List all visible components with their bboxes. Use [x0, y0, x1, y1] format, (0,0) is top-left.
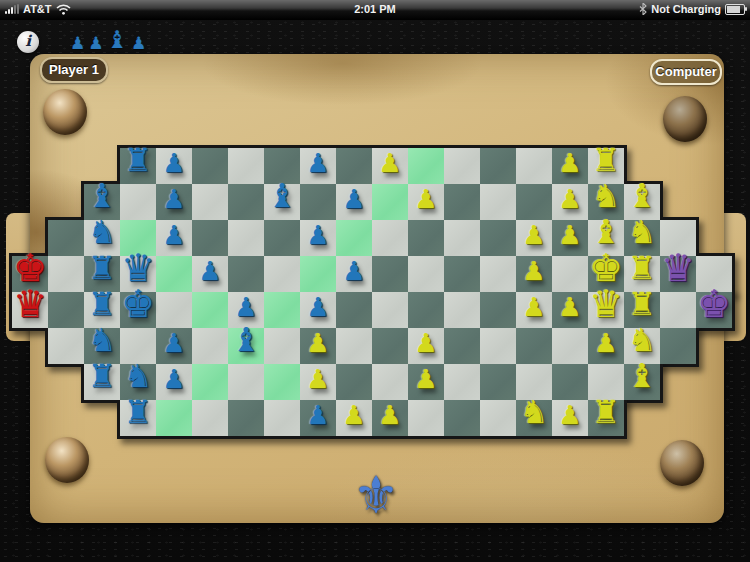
app-background: AT&T 2:01 PM Not Charging i ♟♟♝♟ Player …	[0, 0, 750, 562]
highlighted-cell-c5-r6[interactable]	[192, 364, 228, 400]
blue-pawn[interactable]: ♟	[336, 181, 372, 217]
yellow-pawn[interactable]: ♟	[552, 145, 588, 181]
cell-c5-r1[interactable]	[192, 184, 228, 220]
rivet-top-right-icon	[663, 96, 707, 142]
cell-c12-r4[interactable]	[444, 292, 480, 328]
cell-c5-r5[interactable]	[192, 328, 228, 364]
cell-c6-r6[interactable]	[228, 364, 264, 400]
yellow-knight[interactable]: ♞	[516, 394, 552, 430]
yellow-pawn[interactable]: ♟	[336, 397, 372, 433]
tray-mini-blue-pawn: ♟	[88, 35, 103, 52]
cell-c8-r1[interactable]	[300, 184, 336, 220]
cell-c1-r5[interactable]	[48, 328, 84, 364]
cell-c13-r6[interactable]	[480, 364, 516, 400]
cell-c7-r2[interactable]	[264, 220, 300, 256]
cell-c18-r5[interactable]	[660, 328, 696, 364]
yellow-rook[interactable]: ♜	[624, 250, 660, 286]
cell-c13-r3[interactable]	[480, 256, 516, 292]
cell-c5-r7[interactable]	[192, 400, 228, 436]
blue-knight[interactable]: ♞	[84, 214, 120, 250]
cell-c12-r2[interactable]	[444, 220, 480, 256]
yellow-pawn[interactable]: ♟	[552, 397, 588, 433]
yellow-bishop[interactable]: ♝	[624, 178, 660, 214]
yellow-bishop[interactable]: ♝	[588, 214, 624, 250]
cell-c3-r1[interactable]	[120, 184, 156, 220]
yellow-pawn[interactable]: ♟	[588, 325, 624, 361]
blue-king[interactable]: ♚	[120, 286, 156, 322]
blue-rook[interactable]: ♜	[84, 358, 120, 394]
blue-pawn[interactable]: ♟	[156, 325, 192, 361]
cell-c15-r3[interactable]	[552, 256, 588, 292]
highlighted-cell-c4-r7[interactable]	[156, 400, 192, 436]
yellow-pawn[interactable]: ♟	[408, 361, 444, 397]
red-king[interactable]: ♚	[12, 250, 48, 286]
player1-label: Player 1	[40, 57, 108, 83]
cell-c6-r1[interactable]	[228, 184, 264, 220]
yellow-pawn[interactable]: ♟	[408, 181, 444, 217]
battery-status-label: Not Charging	[651, 3, 721, 15]
yellow-rook[interactable]: ♜	[588, 394, 624, 430]
bluetooth-icon	[639, 3, 647, 15]
yellow-pawn[interactable]: ♟	[408, 325, 444, 361]
info-button[interactable]: i	[17, 31, 39, 53]
highlighted-cell-c8-r3[interactable]	[300, 256, 336, 292]
cell-c6-r7[interactable]	[228, 400, 264, 436]
blue-rook[interactable]: ♜	[84, 250, 120, 286]
cell-c1-r4[interactable]	[48, 292, 84, 328]
blue-rook[interactable]: ♜	[120, 394, 156, 430]
yellow-knight[interactable]: ♞	[624, 214, 660, 250]
blue-pawn[interactable]: ♟	[300, 397, 336, 433]
cell-c13-r7[interactable]	[480, 400, 516, 436]
purple-king[interactable]: ♚	[696, 286, 732, 322]
highlighted-cell-c10-r1[interactable]	[372, 184, 408, 220]
cell-c14-r5[interactable]	[516, 328, 552, 364]
cell-c12-r0[interactable]	[444, 148, 480, 184]
blue-pawn[interactable]: ♟	[156, 361, 192, 397]
blue-knight[interactable]: ♞	[84, 322, 120, 358]
cell-c13-r1[interactable]	[480, 184, 516, 220]
highlighted-cell-c7-r4[interactable]	[264, 292, 300, 328]
blue-queen[interactable]: ♛	[120, 250, 156, 286]
highlighted-cell-c5-r4[interactable]	[192, 292, 228, 328]
cell-c11-r7[interactable]	[408, 400, 444, 436]
cell-c15-r6[interactable]	[552, 364, 588, 400]
cell-c10-r4[interactable]	[372, 292, 408, 328]
blue-pawn[interactable]: ♟	[192, 253, 228, 289]
tray-mini-blue-pawn: ♟	[70, 35, 85, 52]
blue-pawn[interactable]: ♟	[300, 289, 336, 325]
cell-c10-r3[interactable]	[372, 256, 408, 292]
cell-c11-r4[interactable]	[408, 292, 444, 328]
cell-c13-r2[interactable]	[480, 220, 516, 256]
cell-c12-r7[interactable]	[444, 400, 480, 436]
blue-bishop[interactable]: ♝	[228, 322, 264, 358]
cell-c13-r0[interactable]	[480, 148, 516, 184]
yellow-pawn[interactable]: ♟	[300, 325, 336, 361]
blue-rook[interactable]: ♜	[120, 142, 156, 178]
highlighted-cell-c4-r3[interactable]	[156, 256, 192, 292]
cell-c12-r6[interactable]	[444, 364, 480, 400]
cell-c7-r5[interactable]	[264, 328, 300, 364]
yellow-pawn[interactable]: ♟	[300, 361, 336, 397]
player1-piece-tray: ♟♟♝♟	[70, 24, 150, 52]
cell-c18-r4[interactable]	[660, 292, 696, 328]
yellow-pawn[interactable]: ♟	[552, 289, 588, 325]
cell-c14-r1[interactable]	[516, 184, 552, 220]
blue-pawn[interactable]: ♟	[300, 217, 336, 253]
highlighted-cell-c7-r6[interactable]	[264, 364, 300, 400]
status-right: Not Charging	[639, 3, 745, 15]
cell-c10-r2[interactable]	[372, 220, 408, 256]
cell-c9-r0[interactable]	[336, 148, 372, 184]
cell-c6-r0[interactable]	[228, 148, 264, 184]
yellow-pawn[interactable]: ♟	[552, 181, 588, 217]
cell-c9-r6[interactable]	[336, 364, 372, 400]
cell-c7-r7[interactable]	[264, 400, 300, 436]
yellow-rook[interactable]: ♜	[624, 286, 660, 322]
status-bar: AT&T 2:01 PM Not Charging	[0, 0, 750, 20]
cell-c12-r1[interactable]	[444, 184, 480, 220]
cell-c7-r3[interactable]	[264, 256, 300, 292]
tray-mini-blue-bishop: ♝	[107, 28, 129, 52]
yellow-rook[interactable]: ♜	[588, 142, 624, 178]
blue-pawn[interactable]: ♟	[300, 145, 336, 181]
rivet-bottom-right-icon	[660, 440, 704, 486]
highlighted-cell-c9-r2[interactable]	[336, 220, 372, 256]
computer-label: Computer	[650, 59, 722, 85]
cell-c4-r4[interactable]	[156, 292, 192, 328]
cell-c10-r5[interactable]	[372, 328, 408, 364]
purple-queen[interactable]: ♛	[660, 250, 696, 286]
blue-pawn[interactable]: ♟	[156, 217, 192, 253]
cell-c10-r6[interactable]	[372, 364, 408, 400]
cell-c6-r3[interactable]	[228, 256, 264, 292]
blue-pawn[interactable]: ♟	[336, 253, 372, 289]
rivet-top-left-icon	[43, 89, 87, 135]
yellow-pawn[interactable]: ♟	[552, 217, 588, 253]
cell-c5-r0[interactable]	[192, 148, 228, 184]
cell-c14-r0[interactable]	[516, 148, 552, 184]
cell-c5-r2[interactable]	[192, 220, 228, 256]
cell-c9-r4[interactable]	[336, 292, 372, 328]
rivet-bottom-left-icon	[45, 437, 89, 483]
yellow-knight[interactable]: ♞	[624, 322, 660, 358]
cell-c9-r5[interactable]	[336, 328, 372, 364]
cell-c1-r2[interactable]	[48, 220, 84, 256]
blue-pawn[interactable]: ♟	[156, 145, 192, 181]
highlighted-cell-c11-r0[interactable]	[408, 148, 444, 184]
yellow-bishop[interactable]: ♝	[624, 358, 660, 394]
cell-c13-r5[interactable]	[480, 328, 516, 364]
blue-knight[interactable]: ♞	[120, 358, 156, 394]
yellow-king[interactable]: ♚	[588, 250, 624, 286]
clock-label: 2:01 PM	[0, 3, 750, 15]
cell-c12-r3[interactable]	[444, 256, 480, 292]
cell-c15-r5[interactable]	[552, 328, 588, 364]
yellow-pawn[interactable]: ♟	[372, 397, 408, 433]
cell-c6-r2[interactable]	[228, 220, 264, 256]
yellow-pawn[interactable]: ♟	[372, 145, 408, 181]
tray-mini-blue-pawn: ♟	[131, 35, 146, 52]
cell-c12-r5[interactable]	[444, 328, 480, 364]
yellow-pawn[interactable]: ♟	[516, 289, 552, 325]
blue-bishop[interactable]: ♝	[84, 178, 120, 214]
fleur-de-lis-icon: ⚜	[340, 466, 412, 524]
blue-rook[interactable]: ♜	[84, 286, 120, 322]
blue-bishop[interactable]: ♝	[264, 178, 300, 214]
cell-c11-r2[interactable]	[408, 220, 444, 256]
cell-c13-r4[interactable]	[480, 292, 516, 328]
red-queen[interactable]: ♛	[12, 286, 48, 322]
yellow-pawn[interactable]: ♟	[516, 253, 552, 289]
cell-c1-r3[interactable]	[48, 256, 84, 292]
battery-icon	[725, 4, 745, 15]
yellow-knight[interactable]: ♞	[588, 178, 624, 214]
yellow-pawn[interactable]: ♟	[516, 217, 552, 253]
cell-c11-r3[interactable]	[408, 256, 444, 292]
yellow-queen[interactable]: ♛	[588, 286, 624, 322]
blue-pawn[interactable]: ♟	[156, 181, 192, 217]
